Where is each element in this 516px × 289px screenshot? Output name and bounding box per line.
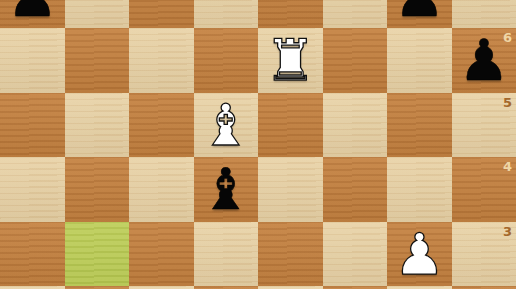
square-b4[interactable] <box>65 157 130 222</box>
white-pawn[interactable]: ♟ <box>387 222 452 287</box>
chess-board-viewport: ♟♟♜6♟♝5♝4♟3 <box>0 0 516 289</box>
black-pawn[interactable]: ♟ <box>0 0 65 28</box>
square-e7[interactable] <box>258 0 323 28</box>
square-h5[interactable]: 5 <box>452 93 516 158</box>
square-b3[interactable] <box>65 222 130 287</box>
square-h7[interactable] <box>452 0 516 28</box>
square-d7[interactable] <box>194 0 259 28</box>
square-e4[interactable] <box>258 157 323 222</box>
square-g4[interactable] <box>387 157 452 222</box>
square-f5[interactable] <box>323 93 388 158</box>
black-bishop[interactable]: ♝ <box>194 157 259 222</box>
white-rook[interactable]: ♜ <box>258 28 323 93</box>
square-f3[interactable] <box>323 222 388 287</box>
black-pawn[interactable]: ♟ <box>387 0 452 28</box>
square-a4[interactable] <box>0 157 65 222</box>
square-g7[interactable]: ♟ <box>387 0 452 28</box>
square-e6[interactable]: ♜ <box>258 28 323 93</box>
rank-label-6: 6 <box>503 30 512 45</box>
square-f4[interactable] <box>323 157 388 222</box>
square-c4[interactable] <box>129 157 194 222</box>
square-f6[interactable] <box>323 28 388 93</box>
square-d3[interactable] <box>194 222 259 287</box>
square-b6[interactable] <box>65 28 130 93</box>
square-c5[interactable] <box>129 93 194 158</box>
square-a7[interactable]: ♟ <box>0 0 65 28</box>
square-h3[interactable]: 3 <box>452 222 516 287</box>
square-b7[interactable] <box>65 0 130 28</box>
square-b5[interactable] <box>65 93 130 158</box>
square-h6[interactable]: 6♟ <box>452 28 516 93</box>
white-bishop[interactable]: ♝ <box>194 93 259 158</box>
square-g6[interactable] <box>387 28 452 93</box>
square-a6[interactable] <box>0 28 65 93</box>
square-g5[interactable] <box>387 93 452 158</box>
chess-board: ♟♟♜6♟♝5♝4♟3 <box>0 0 516 289</box>
rank-label-4: 4 <box>503 159 512 174</box>
square-d5[interactable]: ♝ <box>194 93 259 158</box>
square-d6[interactable] <box>194 28 259 93</box>
square-e5[interactable] <box>258 93 323 158</box>
square-g3[interactable]: ♟ <box>387 222 452 287</box>
square-c6[interactable] <box>129 28 194 93</box>
rank-label-5: 5 <box>503 95 512 110</box>
rank-label-3: 3 <box>503 224 512 239</box>
square-c3[interactable] <box>129 222 194 287</box>
square-a3[interactable] <box>0 222 65 287</box>
square-a5[interactable] <box>0 93 65 158</box>
square-d4[interactable]: ♝ <box>194 157 259 222</box>
square-h4[interactable]: 4 <box>452 157 516 222</box>
square-c7[interactable] <box>129 0 194 28</box>
square-f7[interactable] <box>323 0 388 28</box>
square-e3[interactable] <box>258 222 323 287</box>
